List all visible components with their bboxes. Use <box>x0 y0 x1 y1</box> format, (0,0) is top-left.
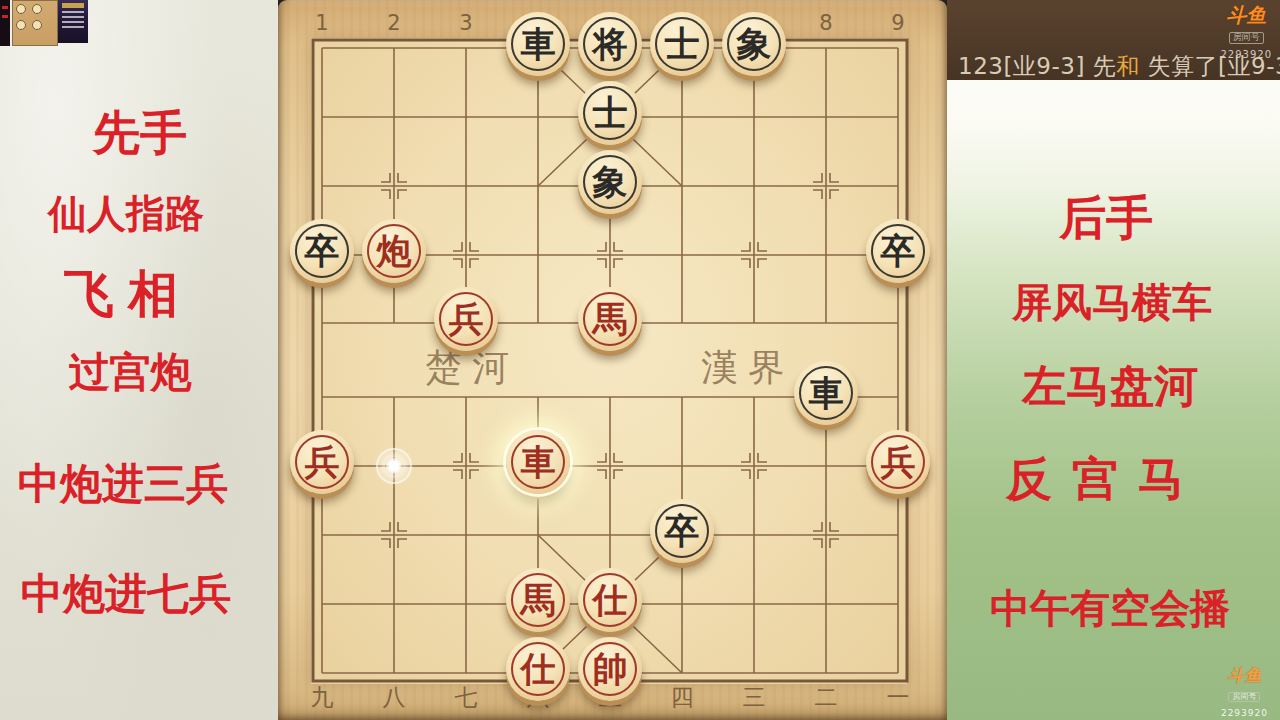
douyu-logo-icon: 斗鱼 <box>1220 4 1272 26</box>
file-label-bottom: 三 <box>743 686 766 709</box>
piece-glyph: 兵 <box>305 445 340 480</box>
piece-black-chariot[interactable]: 車 <box>794 361 858 425</box>
piece-glyph: 炮 <box>377 234 412 269</box>
piece-glyph: 卒 <box>305 234 340 269</box>
piece-glyph: 仕 <box>593 583 628 618</box>
piece-face: 馬 <box>511 573 565 627</box>
piece-glyph: 将 <box>593 27 628 62</box>
file-label-bottom: 四 <box>671 686 694 709</box>
piece-glyph: 馬 <box>521 583 556 618</box>
video-thumbnail-strip <box>0 0 10 46</box>
river-label-chu: 楚河 <box>425 343 519 393</box>
match-result-draw: 和 <box>1116 53 1140 79</box>
piece-glyph: 兵 <box>881 445 916 480</box>
piece-glyph: 士 <box>593 96 628 131</box>
piece-red-soldier[interactable]: 兵 <box>434 287 498 351</box>
piece-black-chariot[interactable]: 車 <box>506 12 570 76</box>
piece-black-soldier[interactable]: 卒 <box>866 219 930 283</box>
piece-face: 士 <box>583 86 637 140</box>
piece-face: 士 <box>655 17 709 71</box>
piece-red-advisor[interactable]: 仕 <box>578 568 642 632</box>
room-number-value: 2293920 <box>1221 708 1268 718</box>
stream-frame: 先手 仙人指路 飞相 过宫炮 中炮进三兵 中炮进七兵 123[业9-3] 先和 … <box>0 0 1280 720</box>
left-item-1: 仙人指路 <box>48 194 204 235</box>
left-item-4: 中炮进三兵 <box>18 462 228 506</box>
left-item-5: 中炮进七兵 <box>21 572 231 616</box>
file-label-top: 2 <box>387 13 400 34</box>
piece-red-soldier[interactable]: 兵 <box>290 430 354 494</box>
piece-face: 兵 <box>439 292 493 346</box>
room-number-label: 房间号 <box>1229 32 1264 44</box>
piece-face: 卒 <box>655 504 709 558</box>
file-label-bottom: 八 <box>383 686 406 709</box>
piece-black-elephant[interactable]: 象 <box>578 150 642 214</box>
file-label-bottom: 一 <box>887 686 910 709</box>
file-label-bottom: 九 <box>311 686 334 709</box>
piece-glyph: 卒 <box>665 514 700 549</box>
piece-red-horse[interactable]: 馬 <box>506 568 570 632</box>
piece-glyph: 象 <box>737 27 772 62</box>
piece-face: 仕 <box>511 642 565 696</box>
piece-glyph: 馬 <box>593 302 628 337</box>
douyu-watermark-bottom: 斗鱼 房间号 2293920 <box>1221 666 1268 720</box>
piece-glyph: 兵 <box>449 302 484 337</box>
right-item-1: 屏风马横车 <box>1012 281 1212 323</box>
piece-face: 兵 <box>295 435 349 489</box>
piece-face: 炮 <box>367 224 421 278</box>
douyu-watermark-top: 斗鱼 房间号 2293920 <box>1220 4 1272 61</box>
piece-face: 車 <box>511 17 565 71</box>
piece-glyph: 象 <box>593 165 628 200</box>
file-label-bottom: 二 <box>815 686 838 709</box>
piece-face: 卒 <box>295 224 349 278</box>
piece-black-elephant[interactable]: 象 <box>722 12 786 76</box>
piece-black-advisor[interactable]: 士 <box>650 12 714 76</box>
piece-glyph: 卒 <box>881 234 916 269</box>
right-item-3: 反宫马 <box>1006 455 1204 503</box>
piece-red-soldier[interactable]: 兵 <box>866 430 930 494</box>
piece-red-horse[interactable]: 馬 <box>578 287 642 351</box>
douyu-logo-icon: 斗鱼 <box>1221 666 1268 685</box>
piece-glyph: 仕 <box>521 652 556 687</box>
xiangqi-board[interactable]: 123456789九八七六五四三二一 楚河 漢界 車将士象士象卒炮卒兵馬車兵車兵… <box>278 0 947 720</box>
piece-red-advisor[interactable]: 仕 <box>506 637 570 701</box>
file-label-top: 1 <box>315 13 328 34</box>
file-label-top: 8 <box>819 13 832 34</box>
piece-face: 仕 <box>583 573 637 627</box>
piece-face: 馬 <box>583 292 637 346</box>
river-label-han: 漢界 <box>701 343 795 393</box>
file-label-top: 9 <box>891 13 904 34</box>
last-move-origin-marker <box>376 448 412 484</box>
piece-red-general[interactable]: 帥 <box>578 637 642 701</box>
file-label-top: 3 <box>459 13 472 34</box>
room-number-label: 房间号 <box>1228 692 1260 703</box>
piece-red-chariot[interactable]: 車 <box>506 430 570 494</box>
piece-face: 車 <box>511 435 565 489</box>
piece-face: 象 <box>583 155 637 209</box>
left-title: 先手 <box>93 108 187 157</box>
left-item-3: 过宫炮 <box>69 351 192 394</box>
left-item-2: 飞相 <box>64 268 192 321</box>
piece-glyph: 車 <box>809 376 844 411</box>
piece-black-soldier[interactable]: 卒 <box>290 219 354 283</box>
mini-board-thumbnail <box>12 0 58 46</box>
piece-face: 象 <box>727 17 781 71</box>
piece-face: 兵 <box>871 435 925 489</box>
piece-face: 車 <box>799 366 853 420</box>
piece-black-advisor[interactable]: 士 <box>578 81 642 145</box>
right-item-2: 左马盘河 <box>1022 363 1198 409</box>
piece-face: 卒 <box>871 224 925 278</box>
room-number-value: 2293920 <box>1220 49 1272 60</box>
match-players-left: 123[业9-3] 先 <box>958 53 1116 79</box>
file-label-bottom: 七 <box>455 686 478 709</box>
piece-black-soldier[interactable]: 卒 <box>650 499 714 563</box>
piece-glyph: 車 <box>521 445 556 480</box>
piece-black-general[interactable]: 将 <box>578 12 642 76</box>
piece-face: 帥 <box>583 642 637 696</box>
piece-face: 将 <box>583 17 637 71</box>
piece-glyph: 士 <box>665 27 700 62</box>
promo-card-thumbnail <box>58 0 88 43</box>
piece-glyph: 帥 <box>593 652 628 687</box>
right-note: 中午有空会播 <box>990 587 1230 629</box>
piece-red-cannon[interactable]: 炮 <box>362 219 426 283</box>
right-title: 后手 <box>1059 193 1153 242</box>
piece-glyph: 車 <box>521 27 556 62</box>
